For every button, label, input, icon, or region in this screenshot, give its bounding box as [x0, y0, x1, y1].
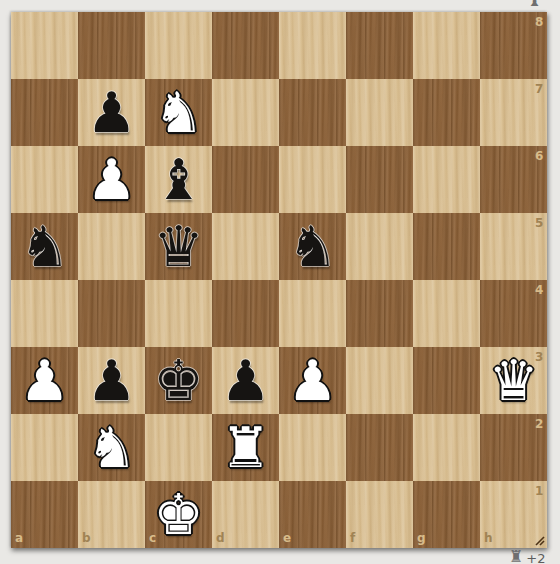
square-e3[interactable]: ♟	[279, 347, 346, 414]
coord-file-a: a	[15, 531, 23, 545]
material-score: +2	[526, 548, 545, 564]
square-b4[interactable]	[78, 280, 145, 347]
square-a2[interactable]	[11, 414, 78, 481]
piece-black-knight-a5[interactable]: ♞	[11, 213, 78, 280]
square-f1[interactable]	[346, 481, 413, 548]
square-b7[interactable]: ♟	[78, 79, 145, 146]
square-c1[interactable]: ♚	[145, 481, 212, 548]
square-c3[interactable]: ♚	[145, 347, 212, 414]
square-f2[interactable]	[346, 414, 413, 481]
piece-black-pawn-d3[interactable]: ♟	[212, 347, 279, 414]
square-d2[interactable]: ♜	[212, 414, 279, 481]
square-f6[interactable]	[346, 146, 413, 213]
square-a5[interactable]: ♞	[11, 213, 78, 280]
square-a7[interactable]	[11, 79, 78, 146]
square-c7[interactable]: ♞	[145, 79, 212, 146]
bishop-icon: ♝	[527, 0, 542, 9]
square-e5[interactable]: ♞	[279, 213, 346, 280]
square-g5[interactable]	[413, 213, 480, 280]
square-d8[interactable]	[212, 12, 279, 79]
coord-rank-5: 5	[535, 216, 543, 230]
square-g4[interactable]	[413, 280, 480, 347]
square-c5[interactable]: ♛	[145, 213, 212, 280]
square-c8[interactable]	[145, 12, 212, 79]
square-c2[interactable]	[145, 414, 212, 481]
square-b5[interactable]	[78, 213, 145, 280]
piece-black-bishop-c6[interactable]: ♝	[145, 146, 212, 213]
piece-white-king-c1[interactable]: ♚	[145, 481, 212, 548]
square-b2[interactable]: ♞	[78, 414, 145, 481]
square-g6[interactable]	[413, 146, 480, 213]
rook-icon: ♜	[509, 549, 523, 564]
square-g2[interactable]	[413, 414, 480, 481]
square-b8[interactable]	[78, 12, 145, 79]
square-c4[interactable]	[145, 280, 212, 347]
square-a4[interactable]	[11, 280, 78, 347]
square-f4[interactable]	[346, 280, 413, 347]
board-resize-handle[interactable]	[531, 532, 545, 546]
piece-white-queen-h3[interactable]: ♛	[480, 347, 547, 414]
coord-file-g: g	[417, 531, 426, 545]
square-a8[interactable]	[11, 12, 78, 79]
square-a3[interactable]: ♟	[11, 347, 78, 414]
square-d4[interactable]	[212, 280, 279, 347]
square-h3[interactable]: ♛	[480, 347, 547, 414]
material-diff-bottom: ♜ +2	[509, 548, 546, 564]
piece-black-knight-e5[interactable]: ♞	[279, 213, 346, 280]
piece-white-pawn-b6[interactable]: ♟	[78, 146, 145, 213]
square-b3[interactable]: ♟	[78, 347, 145, 414]
square-e8[interactable]	[279, 12, 346, 79]
square-g3[interactable]	[413, 347, 480, 414]
square-f5[interactable]	[346, 213, 413, 280]
square-b6[interactable]: ♟	[78, 146, 145, 213]
square-e4[interactable]	[279, 280, 346, 347]
coord-file-e: e	[283, 531, 291, 545]
square-a6[interactable]	[11, 146, 78, 213]
coord-file-f: f	[350, 531, 355, 545]
chess-board: ♟♞♟♝♞♛♞♟♟♚♟♟♛♞♜♚ abcdefgh12345678	[11, 12, 547, 548]
coord-file-h: h	[484, 531, 493, 545]
piece-black-pawn-b7[interactable]: ♟	[78, 79, 145, 146]
piece-white-pawn-e3[interactable]: ♟	[279, 347, 346, 414]
square-d6[interactable]	[212, 146, 279, 213]
square-c6[interactable]: ♝	[145, 146, 212, 213]
square-g7[interactable]	[413, 79, 480, 146]
piece-black-king-c3[interactable]: ♚	[145, 347, 212, 414]
square-g8[interactable]	[413, 12, 480, 79]
piece-white-rook-d2[interactable]: ♜	[212, 414, 279, 481]
piece-white-pawn-a3[interactable]: ♟	[11, 347, 78, 414]
coord-file-d: d	[216, 531, 225, 545]
material-diff-top: ♝	[527, 0, 542, 9]
coord-rank-4: 4	[535, 283, 543, 297]
square-d3[interactable]: ♟	[212, 347, 279, 414]
square-e7[interactable]	[279, 79, 346, 146]
coord-rank-2: 2	[535, 417, 543, 431]
square-e2[interactable]	[279, 414, 346, 481]
square-f3[interactable]	[346, 347, 413, 414]
piece-white-knight-b2[interactable]: ♞	[78, 414, 145, 481]
square-d5[interactable]	[212, 213, 279, 280]
square-e6[interactable]	[279, 146, 346, 213]
coord-rank-1: 1	[535, 484, 543, 498]
square-f7[interactable]	[346, 79, 413, 146]
square-f8[interactable]	[346, 12, 413, 79]
coord-file-b: b	[82, 531, 91, 545]
coord-rank-6: 6	[535, 149, 543, 163]
piece-black-pawn-b3[interactable]: ♟	[78, 347, 145, 414]
piece-white-knight-c7[interactable]: ♞	[145, 79, 212, 146]
coord-rank-8: 8	[535, 15, 543, 29]
coord-rank-7: 7	[535, 82, 543, 96]
page: ♝ ♟♞♟♝♞♛♞♟♟♚♟♟♛♞♜♚ abcdefgh12345678 ♜ +2	[0, 0, 560, 564]
square-d7[interactable]	[212, 79, 279, 146]
piece-black-queen-c5[interactable]: ♛	[145, 213, 212, 280]
